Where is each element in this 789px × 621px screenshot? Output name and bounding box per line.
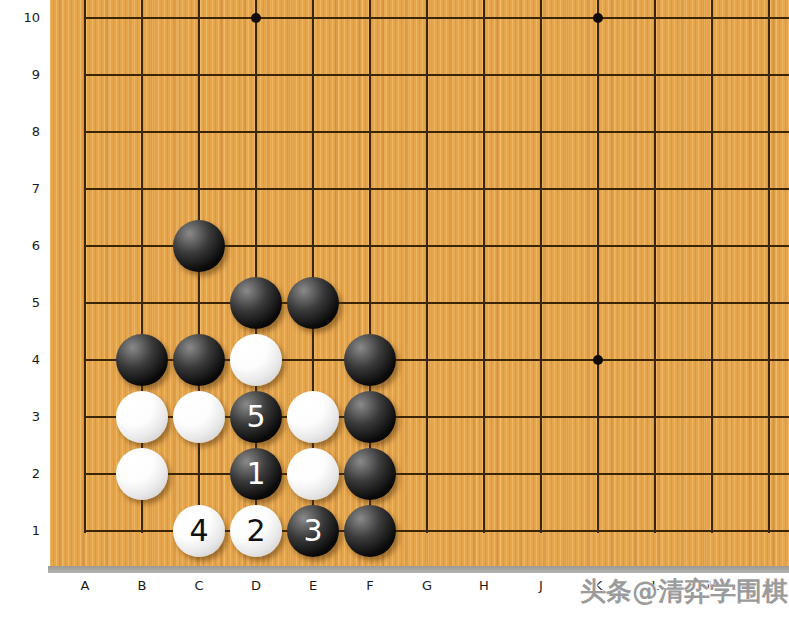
grid-line-vertical-L bbox=[654, 0, 656, 533]
grid-line-horizontal-5 bbox=[84, 302, 789, 304]
grid-line-horizontal-7 bbox=[84, 188, 789, 190]
stone-black-E5 bbox=[287, 277, 339, 329]
move-number-3: 3 bbox=[303, 516, 322, 546]
col-label-J: J bbox=[526, 578, 556, 593]
stone-black-D2: 1 bbox=[230, 448, 282, 500]
row-label-8: 8 bbox=[0, 123, 40, 141]
stone-white-D1: 2 bbox=[230, 505, 282, 557]
star-point-D10 bbox=[251, 13, 261, 23]
grid-line-vertical-J bbox=[540, 0, 542, 533]
grid-line-vertical-M bbox=[711, 0, 713, 533]
row-label-3: 3 bbox=[0, 408, 40, 426]
stone-white-C3 bbox=[173, 391, 225, 443]
stone-black-B4 bbox=[116, 334, 168, 386]
star-point-K10 bbox=[593, 13, 603, 23]
grid-line-horizontal-2 bbox=[84, 473, 789, 475]
stone-white-E2 bbox=[287, 448, 339, 500]
row-label-2: 2 bbox=[0, 465, 40, 483]
watermark: 头条@清弈学围棋 bbox=[580, 574, 788, 609]
row-label-1: 1 bbox=[0, 522, 40, 540]
row-label-4: 4 bbox=[0, 351, 40, 369]
move-number-4: 4 bbox=[189, 516, 208, 546]
row-label-10: 10 bbox=[0, 9, 40, 27]
stone-black-D3: 5 bbox=[230, 391, 282, 443]
grid-line-vertical-A bbox=[84, 0, 86, 533]
grid-line-vertical-N bbox=[768, 0, 770, 533]
row-label-5: 5 bbox=[0, 294, 40, 312]
stone-white-E3 bbox=[287, 391, 339, 443]
grid-line-vertical-K bbox=[597, 0, 599, 533]
stone-black-D5 bbox=[230, 277, 282, 329]
col-label-A: A bbox=[70, 578, 100, 593]
move-number-1: 1 bbox=[246, 459, 265, 489]
board-shadow bbox=[48, 566, 789, 573]
grid-line-vertical-G bbox=[426, 0, 428, 533]
star-point-K4 bbox=[593, 355, 603, 365]
col-label-D: D bbox=[241, 578, 271, 593]
stone-white-C1: 4 bbox=[173, 505, 225, 557]
stone-black-C6 bbox=[173, 220, 225, 272]
row-label-6: 6 bbox=[0, 237, 40, 255]
move-number-2: 2 bbox=[246, 516, 265, 546]
grid-line-horizontal-9 bbox=[84, 74, 789, 76]
stone-white-D4 bbox=[230, 334, 282, 386]
row-label-7: 7 bbox=[0, 180, 40, 198]
stone-black-E1: 3 bbox=[287, 505, 339, 557]
col-label-B: B bbox=[127, 578, 157, 593]
col-label-G: G bbox=[412, 578, 442, 593]
col-label-F: F bbox=[355, 578, 385, 593]
stone-white-B3 bbox=[116, 391, 168, 443]
grid-line-vertical-H bbox=[483, 0, 485, 533]
stone-black-F2 bbox=[344, 448, 396, 500]
col-label-E: E bbox=[298, 578, 328, 593]
move-number-5: 5 bbox=[246, 402, 265, 432]
grid-line-horizontal-8 bbox=[84, 131, 789, 133]
col-label-H: H bbox=[469, 578, 499, 593]
go-diagram: 51423 10987654321 ABCDEFGHJKLMN 头条@清弈学围棋 bbox=[0, 0, 789, 621]
col-label-C: C bbox=[184, 578, 214, 593]
stone-black-C4 bbox=[173, 334, 225, 386]
row-label-9: 9 bbox=[0, 66, 40, 84]
stone-black-F1 bbox=[344, 505, 396, 557]
stone-black-F4 bbox=[344, 334, 396, 386]
stone-white-B2 bbox=[116, 448, 168, 500]
stone-black-F3 bbox=[344, 391, 396, 443]
grid-line-horizontal-10 bbox=[84, 17, 789, 19]
